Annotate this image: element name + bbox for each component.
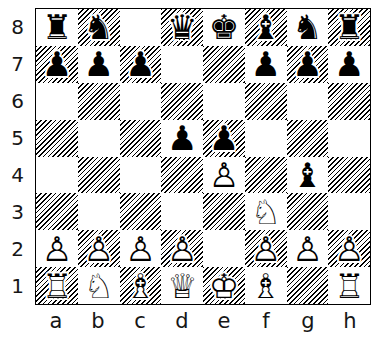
piece-black-pawn[interactable]: ♟ — [161, 120, 203, 157]
black-rook-icon: ♜ — [334, 10, 364, 44]
black-knight-icon: ♞ — [292, 10, 322, 44]
file-label-a: a — [35, 305, 77, 337]
square-a8[interactable]: ♜ — [36, 9, 78, 46]
piece-black-pawn[interactable]: ♟ — [36, 46, 78, 83]
square-c4[interactable] — [120, 157, 162, 194]
square-h5[interactable] — [328, 120, 370, 157]
black-pawn-icon: ♟ — [209, 121, 239, 155]
white-pawn-outline-icon: ♙ — [250, 232, 280, 266]
piece-white-queen[interactable]: ♛♕ — [161, 267, 203, 304]
rank-label-8: 8 — [0, 8, 35, 45]
square-e4[interactable]: ♟♙ — [203, 157, 245, 194]
square-e5[interactable]: ♟ — [203, 120, 245, 157]
square-c3[interactable] — [120, 193, 162, 230]
white-pawn-outline-icon: ♙ — [42, 232, 72, 266]
square-a4[interactable] — [36, 157, 78, 194]
white-rook-outline-icon: ♖ — [42, 269, 72, 303]
black-queen-icon: ♛ — [167, 10, 197, 44]
white-pawn-outline-icon: ♙ — [125, 232, 155, 266]
file-label-h: h — [329, 305, 371, 337]
black-knight-icon: ♞ — [83, 10, 113, 44]
rank-label-5: 5 — [0, 119, 35, 156]
square-h7[interactable]: ♟ — [328, 46, 370, 83]
black-pawn-icon: ♟ — [167, 121, 197, 155]
white-pawn-outline-icon: ♙ — [334, 232, 364, 266]
piece-black-pawn[interactable]: ♟ — [328, 46, 370, 83]
white-pawn-outline-icon: ♙ — [209, 158, 239, 192]
piece-black-bishop[interactable]: ♝ — [245, 9, 287, 46]
piece-white-king[interactable]: ♚♔ — [203, 267, 245, 304]
piece-white-rook[interactable]: ♜♖ — [36, 267, 78, 304]
piece-white-knight[interactable]: ♞♘ — [78, 267, 120, 304]
square-f7[interactable]: ♟ — [245, 46, 287, 83]
square-f3[interactable]: ♞♘ — [245, 193, 287, 230]
piece-black-rook[interactable]: ♜ — [328, 9, 370, 46]
piece-black-pawn[interactable]: ♟ — [120, 46, 162, 83]
square-a6[interactable] — [36, 83, 78, 120]
black-pawn-icon: ♟ — [125, 47, 155, 81]
white-queen-outline-icon: ♕ — [167, 269, 197, 303]
piece-white-pawn[interactable]: ♟♙ — [36, 230, 78, 267]
piece-white-pawn[interactable]: ♟♙ — [287, 230, 329, 267]
square-b2[interactable]: ♟♙ — [78, 230, 120, 267]
black-bishop-icon: ♝ — [250, 10, 280, 44]
piece-white-bishop[interactable]: ♝♗ — [245, 267, 287, 304]
piece-white-pawn[interactable]: ♟♙ — [328, 230, 370, 267]
white-bishop-outline-icon: ♗ — [250, 269, 280, 303]
square-c7[interactable]: ♟ — [120, 46, 162, 83]
square-h6[interactable] — [328, 83, 370, 120]
square-f4[interactable] — [245, 157, 287, 194]
square-c2[interactable]: ♟♙ — [120, 230, 162, 267]
piece-black-queen[interactable]: ♛ — [161, 9, 203, 46]
square-d7[interactable] — [161, 46, 203, 83]
square-d5[interactable]: ♟ — [161, 120, 203, 157]
square-e7[interactable] — [203, 46, 245, 83]
square-f8[interactable]: ♝ — [245, 9, 287, 46]
white-king-outline-icon: ♔ — [209, 269, 239, 303]
square-g4[interactable]: ♝ — [287, 157, 329, 194]
square-b8[interactable]: ♞ — [78, 9, 120, 46]
square-a7[interactable]: ♟ — [36, 46, 78, 83]
white-knight-outline-icon: ♘ — [250, 195, 280, 229]
black-pawn-icon: ♟ — [250, 47, 280, 81]
rank-label-7: 7 — [0, 45, 35, 82]
black-pawn-icon: ♟ — [334, 47, 364, 81]
white-knight-outline-icon: ♘ — [83, 269, 113, 303]
square-g7[interactable]: ♟ — [287, 46, 329, 83]
square-h4[interactable] — [328, 157, 370, 194]
file-label-f: f — [245, 305, 287, 337]
piece-white-knight[interactable]: ♞♘ — [245, 193, 287, 230]
piece-black-pawn[interactable]: ♟ — [78, 46, 120, 83]
square-a5[interactable] — [36, 120, 78, 157]
black-pawn-icon: ♟ — [83, 47, 113, 81]
square-g5[interactable] — [287, 120, 329, 157]
square-b6[interactable] — [78, 83, 120, 120]
rank-label-6: 6 — [0, 82, 35, 119]
piece-white-pawn[interactable]: ♟♙ — [161, 230, 203, 267]
square-h1[interactable]: ♜♖ — [328, 267, 370, 304]
square-h8[interactable]: ♜ — [328, 9, 370, 46]
square-a3[interactable] — [36, 193, 78, 230]
piece-black-knight[interactable]: ♞ — [287, 9, 329, 46]
white-pawn-outline-icon: ♙ — [292, 232, 322, 266]
square-d4[interactable] — [161, 157, 203, 194]
rank-labels: 87654321 — [0, 8, 35, 305]
square-g6[interactable] — [287, 83, 329, 120]
piece-white-pawn[interactable]: ♟♙ — [78, 230, 120, 267]
square-e1[interactable]: ♚♔ — [203, 267, 245, 304]
chess-board: ♜♞♛♚♝♞♜♟♟♟♟♟♟♟♟♟♙♝♞♘♟♙♟♙♟♙♟♙♟♙♟♙♟♙♜♖♞♘♝♗… — [35, 8, 371, 305]
square-e2[interactable] — [203, 230, 245, 267]
piece-white-pawn[interactable]: ♟♙ — [120, 230, 162, 267]
square-c8[interactable] — [120, 9, 162, 46]
black-bishop-icon: ♝ — [292, 158, 322, 192]
white-pawn-outline-icon: ♙ — [167, 232, 197, 266]
file-label-b: b — [77, 305, 119, 337]
square-c6[interactable] — [120, 83, 162, 120]
piece-white-bishop[interactable]: ♝♗ — [120, 267, 162, 304]
piece-black-rook[interactable]: ♜ — [36, 9, 78, 46]
file-label-d: d — [161, 305, 203, 337]
square-b3[interactable] — [78, 193, 120, 230]
square-c5[interactable] — [120, 120, 162, 157]
white-bishop-outline-icon: ♗ — [125, 269, 155, 303]
piece-white-pawn[interactable]: ♟♙ — [203, 157, 245, 194]
square-h3[interactable] — [328, 193, 370, 230]
square-a1[interactable]: ♜♖ — [36, 267, 78, 304]
file-label-c: c — [119, 305, 161, 337]
square-f6[interactable] — [245, 83, 287, 120]
square-b5[interactable] — [78, 120, 120, 157]
square-b1[interactable]: ♞♘ — [78, 267, 120, 304]
file-labels: abcdefgh — [35, 305, 371, 337]
square-g8[interactable]: ♞ — [287, 9, 329, 46]
piece-white-pawn[interactable]: ♟♙ — [245, 230, 287, 267]
square-e6[interactable] — [203, 83, 245, 120]
piece-black-king[interactable]: ♚ — [203, 9, 245, 46]
rank-label-3: 3 — [0, 194, 35, 231]
square-b4[interactable] — [78, 157, 120, 194]
square-d1[interactable]: ♛♕ — [161, 267, 203, 304]
square-h2[interactable]: ♟♙ — [328, 230, 370, 267]
piece-black-knight[interactable]: ♞ — [78, 9, 120, 46]
black-king-icon: ♚ — [209, 10, 239, 44]
square-a2[interactable]: ♟♙ — [36, 230, 78, 267]
black-pawn-icon: ♟ — [42, 47, 72, 81]
square-f2[interactable]: ♟♙ — [245, 230, 287, 267]
square-g2[interactable]: ♟♙ — [287, 230, 329, 267]
rank-label-2: 2 — [0, 231, 35, 268]
file-label-e: e — [203, 305, 245, 337]
piece-white-rook[interactable]: ♜♖ — [328, 267, 370, 304]
white-rook-outline-icon: ♖ — [334, 269, 364, 303]
square-d8[interactable]: ♛ — [161, 9, 203, 46]
square-g3[interactable] — [287, 193, 329, 230]
black-rook-icon: ♜ — [42, 10, 72, 44]
file-label-g: g — [287, 305, 329, 337]
square-d2[interactable]: ♟♙ — [161, 230, 203, 267]
square-d6[interactable] — [161, 83, 203, 120]
piece-black-pawn[interactable]: ♟ — [287, 46, 329, 83]
square-e8[interactable]: ♚ — [203, 9, 245, 46]
piece-black-pawn[interactable]: ♟ — [203, 120, 245, 157]
piece-black-pawn[interactable]: ♟ — [245, 46, 287, 83]
square-e3[interactable] — [203, 193, 245, 230]
chess-diagram: 87654321 ♜♞♛♚♝♞♜♟♟♟♟♟♟♟♟♟♙♝♞♘♟♙♟♙♟♙♟♙♟♙♟… — [0, 0, 376, 339]
rank-label-4: 4 — [0, 157, 35, 194]
white-pawn-outline-icon: ♙ — [83, 232, 113, 266]
piece-black-bishop[interactable]: ♝ — [287, 157, 329, 194]
square-g1[interactable] — [287, 267, 329, 304]
square-f1[interactable]: ♝♗ — [245, 267, 287, 304]
square-b7[interactable]: ♟ — [78, 46, 120, 83]
square-d3[interactable] — [161, 193, 203, 230]
rank-label-1: 1 — [0, 268, 35, 305]
black-pawn-icon: ♟ — [292, 47, 322, 81]
square-c1[interactable]: ♝♗ — [120, 267, 162, 304]
square-f5[interactable] — [245, 120, 287, 157]
